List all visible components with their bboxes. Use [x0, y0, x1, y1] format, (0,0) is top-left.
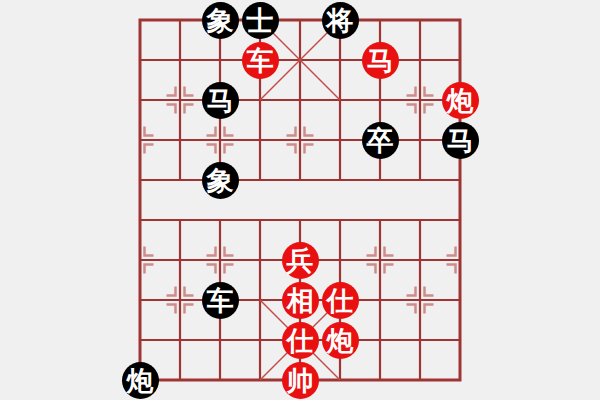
- piece-black-pawn[interactable]: 卒: [362, 122, 399, 159]
- piece-black-elephant[interactable]: 象: [202, 2, 239, 39]
- xiangqi-piece-grid: 象士将车马马炮卒马象兵车相仕仕炮帅炮: [120, 0, 480, 400]
- piece-black-advisor[interactable]: 士: [242, 2, 279, 39]
- piece-red-pawn[interactable]: 兵: [282, 242, 319, 279]
- piece-red-elephant[interactable]: 相: [282, 282, 319, 319]
- piece-red-chariot[interactable]: 车: [242, 42, 279, 79]
- piece-black-horse[interactable]: 马: [442, 122, 479, 159]
- piece-black-elephant[interactable]: 象: [202, 162, 239, 199]
- piece-red-cannon[interactable]: 炮: [322, 322, 359, 359]
- piece-red-cannon[interactable]: 炮: [442, 82, 479, 119]
- piece-black-cannon[interactable]: 炮: [122, 362, 159, 399]
- piece-black-horse[interactable]: 马: [202, 82, 239, 119]
- piece-black-general[interactable]: 将: [322, 2, 359, 39]
- piece-red-horse[interactable]: 马: [362, 42, 399, 79]
- piece-black-chariot[interactable]: 车: [202, 282, 239, 319]
- xiangqi-screen: 象士将车马马炮卒马象兵车相仕仕炮帅炮: [0, 0, 600, 400]
- piece-red-advisor[interactable]: 仕: [282, 322, 319, 359]
- piece-red-general[interactable]: 帅: [282, 362, 319, 399]
- piece-red-advisor[interactable]: 仕: [322, 282, 359, 319]
